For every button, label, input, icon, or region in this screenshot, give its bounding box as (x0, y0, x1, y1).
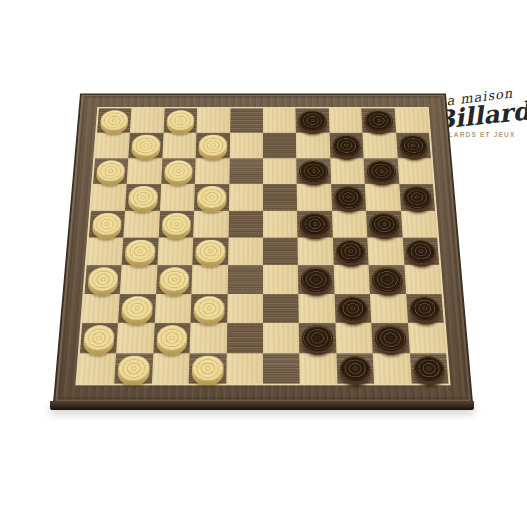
piece-light[interactable] (88, 268, 119, 292)
piece-dark[interactable] (367, 160, 397, 182)
square-r6c8[interactable] (333, 238, 369, 266)
square-r8c2[interactable] (118, 294, 156, 323)
piece-light[interactable] (192, 355, 224, 381)
square-r10c3[interactable] (152, 353, 190, 384)
piece-dark[interactable] (405, 240, 436, 263)
square-r10c2[interactable] (115, 353, 154, 384)
square-r4c6[interactable] (263, 184, 297, 210)
piece-top (402, 186, 432, 208)
piece-light[interactable] (195, 240, 225, 263)
board-squares-grid (75, 107, 450, 385)
square-r5c1[interactable] (89, 210, 126, 237)
square-r6c2[interactable] (122, 238, 159, 266)
piece-dark[interactable] (335, 240, 365, 263)
square-r1c2[interactable] (130, 108, 164, 133)
square-r1c8[interactable] (329, 108, 363, 133)
piece-light[interactable] (156, 325, 188, 350)
square-r2c4[interactable] (196, 133, 230, 158)
square-r6c3[interactable] (157, 238, 193, 266)
piece-light[interactable] (92, 213, 123, 236)
piece-light[interactable] (100, 110, 129, 131)
piece-dark[interactable] (299, 160, 328, 182)
square-r2c6[interactable] (263, 133, 297, 158)
piece-dark[interactable] (413, 355, 446, 381)
piece-top (334, 186, 364, 208)
piece-light[interactable] (161, 213, 191, 236)
board-front-edge (50, 401, 474, 410)
square-r4c8[interactable] (331, 184, 366, 210)
square-r9c2[interactable] (117, 323, 155, 353)
piece-top (299, 160, 328, 182)
square-r1c1[interactable] (97, 108, 132, 133)
square-r3c3[interactable] (161, 158, 196, 184)
square-r2c7[interactable] (296, 133, 330, 158)
square-r10c8[interactable] (336, 353, 374, 384)
square-r3c4[interactable] (195, 158, 229, 184)
square-r8c1[interactable] (82, 294, 120, 323)
checkers-board (53, 93, 473, 403)
square-r8c4[interactable] (191, 294, 228, 323)
square-r1c9[interactable] (361, 108, 395, 133)
piece-dark[interactable] (300, 213, 330, 236)
piece-light[interactable] (199, 135, 228, 156)
piece-light[interactable] (197, 186, 226, 208)
piece-dark[interactable] (339, 355, 371, 381)
square-r9c1[interactable] (80, 323, 118, 353)
piece-light[interactable] (96, 160, 126, 182)
square-r8c5[interactable] (227, 294, 263, 323)
square-r4c5[interactable] (229, 184, 263, 210)
square-r5c6[interactable] (263, 210, 298, 237)
piece-top (197, 186, 226, 208)
piece-top (372, 268, 403, 292)
square-r9c3[interactable] (153, 323, 191, 353)
square-r6c7[interactable] (298, 238, 334, 266)
square-r2c10[interactable] (396, 133, 431, 158)
square-r6c5[interactable] (228, 238, 263, 266)
square-r9c4[interactable] (190, 323, 227, 353)
square-r10c6[interactable] (263, 353, 300, 384)
square-r9c10[interactable] (408, 323, 446, 353)
square-r7c5[interactable] (227, 265, 263, 293)
square-r8c3[interactable] (155, 294, 192, 323)
square-r7c3[interactable] (156, 265, 193, 293)
piece-light[interactable] (166, 110, 195, 131)
square-r8c8[interactable] (334, 294, 371, 323)
piece-light[interactable] (118, 355, 150, 381)
piece-top (301, 268, 331, 292)
square-r4c3[interactable] (160, 184, 195, 210)
piece-light[interactable] (125, 240, 156, 263)
square-r8c10[interactable] (406, 294, 444, 323)
square-r1c6[interactable] (263, 108, 296, 133)
square-r7c10[interactable] (404, 265, 441, 293)
piece-dark[interactable] (301, 268, 331, 292)
square-r3c1[interactable] (93, 158, 129, 184)
square-r1c7[interactable] (296, 108, 330, 133)
piece-light[interactable] (159, 268, 190, 292)
square-r3c2[interactable] (127, 158, 162, 184)
square-r7c2[interactable] (120, 265, 157, 293)
piece-top (339, 355, 371, 381)
square-r2c2[interactable] (129, 133, 164, 158)
square-r10c4[interactable] (189, 353, 227, 384)
square-r10c10[interactable] (409, 353, 448, 384)
square-r10c9[interactable] (373, 353, 412, 384)
piece-light[interactable] (83, 325, 115, 350)
square-r1c5[interactable] (230, 108, 263, 133)
piece-top (399, 135, 429, 156)
square-r8c7[interactable] (299, 294, 336, 323)
square-r5c7[interactable] (297, 210, 332, 237)
square-r5c4[interactable] (193, 210, 228, 237)
square-r6c10[interactable] (402, 238, 439, 266)
square-r7c4[interactable] (192, 265, 228, 293)
square-r2c8[interactable] (329, 133, 363, 158)
square-r3c8[interactable] (330, 158, 365, 184)
square-r3c9[interactable] (364, 158, 399, 184)
square-r7c8[interactable] (334, 265, 371, 293)
checkers-board-scene (53, 111, 473, 403)
square-r3c6[interactable] (263, 158, 297, 184)
piece-top (298, 110, 326, 131)
square-r6c4[interactable] (192, 238, 228, 266)
square-r7c9[interactable] (369, 265, 406, 293)
square-r4c9[interactable] (365, 184, 401, 210)
square-r5c10[interactable] (401, 210, 438, 237)
square-r9c8[interactable] (335, 323, 373, 353)
piece-top (199, 135, 228, 156)
square-r10c7[interactable] (300, 353, 338, 384)
square-r5c9[interactable] (366, 210, 402, 237)
square-r9c9[interactable] (371, 323, 409, 353)
square-r6c9[interactable] (367, 238, 404, 266)
square-r2c1[interactable] (95, 133, 130, 158)
piece-top (364, 110, 393, 131)
square-r4c1[interactable] (91, 184, 127, 210)
piece-light[interactable] (121, 296, 153, 321)
square-r4c2[interactable] (125, 184, 161, 210)
piece-top (192, 355, 224, 381)
piece-top (369, 213, 399, 236)
piece-dark[interactable] (334, 186, 364, 208)
square-r8c6[interactable] (263, 294, 299, 323)
piece-top (332, 135, 361, 156)
piece-light[interactable] (131, 135, 160, 156)
piece-light[interactable] (194, 296, 225, 321)
piece-dark[interactable] (374, 325, 406, 350)
piece-dark[interactable] (409, 296, 441, 321)
square-r5c5[interactable] (228, 210, 263, 237)
square-r9c6[interactable] (263, 323, 300, 353)
piece-light[interactable] (164, 160, 193, 182)
square-r8c9[interactable] (370, 294, 408, 323)
square-r10c5[interactable] (226, 353, 263, 384)
piece-dark[interactable] (372, 268, 403, 292)
square-r5c2[interactable] (124, 210, 160, 237)
piece-dark[interactable] (337, 296, 368, 321)
square-r3c7[interactable] (297, 158, 331, 184)
square-r1c10[interactable] (394, 108, 429, 133)
square-r3c5[interactable] (229, 158, 263, 184)
square-r7c7[interactable] (298, 265, 334, 293)
piece-top (302, 325, 333, 350)
piece-dark[interactable] (364, 110, 393, 131)
piece-dark[interactable] (302, 325, 333, 350)
piece-top (374, 325, 406, 350)
piece-top (195, 240, 225, 263)
square-r5c8[interactable] (332, 210, 368, 237)
square-r7c6[interactable] (263, 265, 299, 293)
piece-dark[interactable] (332, 135, 361, 156)
square-r5c3[interactable] (159, 210, 195, 237)
square-r9c7[interactable] (299, 323, 336, 353)
square-r1c3[interactable] (163, 108, 197, 133)
square-r4c4[interactable] (194, 184, 229, 210)
square-r6c6[interactable] (263, 238, 298, 266)
square-r9c5[interactable] (226, 323, 263, 353)
piece-top (194, 296, 225, 321)
product-photo: La maison du Billard BILLARDS ET JEUX (0, 0, 527, 527)
piece-light[interactable] (128, 186, 158, 208)
piece-dark[interactable] (369, 213, 399, 236)
square-r6c1[interactable] (87, 238, 124, 266)
piece-dark[interactable] (399, 135, 429, 156)
square-r10c1[interactable] (78, 353, 117, 384)
square-r7c1[interactable] (84, 265, 121, 293)
piece-top (300, 213, 330, 236)
square-r3c10[interactable] (397, 158, 433, 184)
square-r1c4[interactable] (197, 108, 231, 133)
piece-top (367, 160, 397, 182)
piece-top (128, 186, 158, 208)
piece-dark[interactable] (298, 110, 326, 131)
square-r4c7[interactable] (297, 184, 332, 210)
piece-dark[interactable] (402, 186, 432, 208)
square-r2c3[interactable] (162, 133, 196, 158)
square-r2c5[interactable] (229, 133, 263, 158)
square-r4c10[interactable] (399, 184, 435, 210)
square-r2c9[interactable] (363, 133, 398, 158)
